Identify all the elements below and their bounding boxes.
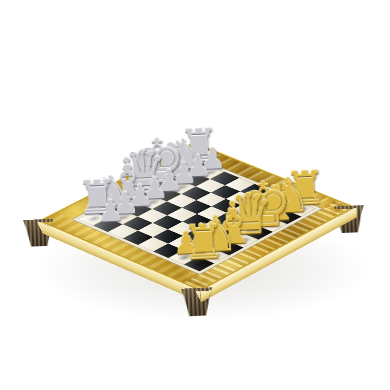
piece-contact-shadow [205, 251, 224, 260]
piece-contact-shadow [128, 205, 147, 214]
chess-set-product-photo: ♜♞♝♛♚♝♞♜♟♟♟♟♟♟♟♟♟♟♟♟♟♟♟♟♜♞♝♛♚♝♞♜ [0, 0, 390, 390]
piece-contact-shadow [234, 236, 253, 245]
piece-contact-shadow [292, 205, 311, 214]
piece-contact-shadow [249, 228, 268, 237]
piece-silver-king: ♚ [121, 129, 193, 192]
piece-contact-shadow [99, 220, 118, 229]
piece-contact-shadow [262, 206, 281, 215]
square-g3 [241, 198, 271, 212]
piece-contact-shadow [143, 184, 162, 193]
piece-contact-shadow [187, 175, 206, 184]
piece-contact-shadow [186, 162, 205, 171]
piece-contact-shadow [277, 213, 296, 222]
square-h2: ♟ [271, 196, 301, 210]
brass-board-frame: ♜♞♝♛♚♝♞♜♟♟♟♟♟♟♟♟♟♟♟♟♟♟♟♟♜♞♝♛♚♝♞♜ [37, 142, 356, 292]
piece-contact-shadow [219, 244, 238, 253]
perspective-scene: ♜♞♝♛♚♝♞♜♟♟♟♟♟♟♟♟♟♟♟♟♟♟♟♟♜♞♝♛♚♝♞♜ [0, 0, 390, 390]
square-f6 [181, 187, 210, 201]
piece-gold-rook: ♜ [269, 164, 341, 213]
piece-contact-shadow [189, 245, 208, 254]
piece-contact-shadow [263, 220, 282, 229]
piece-contact-shadow [190, 259, 209, 269]
chess-board: ♜♞♝♛♚♝♞♜♟♟♟♟♟♟♟♟♟♟♟♟♟♟♟♟♜♞♝♛♚♝♞♜ [37, 142, 356, 292]
piece-contact-shadow [248, 214, 267, 223]
